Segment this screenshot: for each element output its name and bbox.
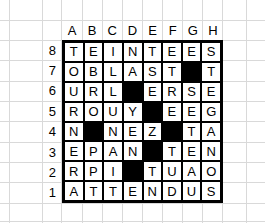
cell-C1[interactable]: T bbox=[104, 182, 122, 200]
column-label-A: A bbox=[68, 23, 77, 38]
column-label-B: B bbox=[88, 23, 97, 38]
cell-B8[interactable]: E bbox=[85, 43, 103, 61]
cell-H7[interactable]: T bbox=[202, 63, 220, 81]
cell-G1[interactable]: U bbox=[183, 182, 201, 200]
cell-C8[interactable]: I bbox=[104, 43, 122, 61]
cell-D8[interactable]: N bbox=[124, 43, 142, 61]
cell-E6[interactable]: E bbox=[144, 83, 162, 101]
cell-D1[interactable]: E bbox=[124, 182, 142, 200]
cell-H6[interactable]: E bbox=[202, 83, 220, 101]
cell-C7[interactable]: L bbox=[104, 63, 122, 81]
cell-G6[interactable]: S bbox=[183, 83, 201, 101]
cell-D7[interactable]: A bbox=[124, 63, 142, 81]
row-label-5: 5 bbox=[49, 104, 59, 119]
cell-G2[interactable]: A bbox=[183, 162, 201, 180]
black-square-E3[interactable] bbox=[144, 142, 162, 160]
cell-A1[interactable]: A bbox=[65, 182, 83, 200]
cell-A5[interactable]: R bbox=[65, 103, 83, 121]
black-square-B4[interactable] bbox=[85, 123, 103, 141]
spreadsheet-canvas: ABCDEFGH 87654321 TEINTEESOBLASTTURLERSE… bbox=[0, 0, 265, 223]
cell-E1[interactable]: N bbox=[144, 182, 162, 200]
cell-H1[interactable]: S bbox=[202, 182, 220, 200]
cell-D3[interactable]: N bbox=[124, 142, 142, 160]
cell-A7[interactable]: O bbox=[65, 63, 83, 81]
column-label-F: F bbox=[169, 23, 177, 38]
cell-C4[interactable]: N bbox=[104, 123, 122, 141]
cell-A3[interactable]: E bbox=[65, 142, 83, 160]
black-square-D2[interactable] bbox=[124, 162, 142, 180]
row-labels: 87654321 bbox=[40, 40, 59, 203]
cell-F8[interactable]: E bbox=[163, 43, 181, 61]
cell-G3[interactable]: E bbox=[183, 142, 201, 160]
cell-D4[interactable]: E bbox=[124, 123, 142, 141]
row-label-4: 4 bbox=[49, 124, 59, 139]
cell-A4[interactable]: N bbox=[65, 123, 83, 141]
cell-D5[interactable]: Y bbox=[124, 103, 142, 121]
cell-A8[interactable]: T bbox=[65, 43, 83, 61]
spreadsheet-gridline-vertical bbox=[246, 0, 247, 223]
cell-H2[interactable]: O bbox=[202, 162, 220, 180]
crossword-grid: TEINTEESOBLASTTURLERSEROUYEEGNNEZTAEPANT… bbox=[62, 40, 223, 203]
cell-F2[interactable]: U bbox=[163, 162, 181, 180]
column-label-H: H bbox=[208, 23, 217, 38]
cell-F1[interactable]: D bbox=[163, 182, 181, 200]
cell-G8[interactable]: E bbox=[183, 43, 201, 61]
column-labels: ABCDEFGH bbox=[62, 20, 223, 40]
cell-E2[interactable]: T bbox=[144, 162, 162, 180]
cell-B5[interactable]: O bbox=[85, 103, 103, 121]
row-label-1: 1 bbox=[49, 185, 59, 200]
cell-C5[interactable]: U bbox=[104, 103, 122, 121]
cell-B2[interactable]: P bbox=[85, 162, 103, 180]
black-square-G7[interactable] bbox=[183, 63, 201, 81]
row-label-8: 8 bbox=[49, 43, 59, 58]
row-label-7: 7 bbox=[49, 63, 59, 78]
cell-C2[interactable]: I bbox=[104, 162, 122, 180]
column-label-D: D bbox=[128, 23, 137, 38]
column-label-E: E bbox=[148, 23, 157, 38]
cell-E7[interactable]: S bbox=[144, 63, 162, 81]
cell-H4[interactable]: A bbox=[202, 123, 220, 141]
cell-G5[interactable]: E bbox=[183, 103, 201, 121]
cell-F5[interactable]: E bbox=[163, 103, 181, 121]
spreadsheet-gridline-horizontal bbox=[0, 203, 265, 204]
cell-G4[interactable]: T bbox=[183, 123, 201, 141]
cell-E4[interactable]: Z bbox=[144, 123, 162, 141]
cell-H8[interactable]: S bbox=[202, 43, 220, 61]
cell-B6[interactable]: R bbox=[85, 83, 103, 101]
cell-E8[interactable]: T bbox=[144, 43, 162, 61]
row-label-2: 2 bbox=[49, 165, 59, 180]
cell-C6[interactable]: L bbox=[104, 83, 122, 101]
column-label-C: C bbox=[108, 23, 117, 38]
row-label-6: 6 bbox=[49, 83, 59, 98]
spreadsheet-gridline-horizontal bbox=[0, 221, 265, 222]
black-square-D6[interactable] bbox=[124, 83, 142, 101]
cell-A6[interactable]: U bbox=[65, 83, 83, 101]
cell-C3[interactable]: A bbox=[104, 142, 122, 160]
cell-H3[interactable]: N bbox=[202, 142, 220, 160]
cell-B1[interactable]: T bbox=[85, 182, 103, 200]
black-square-E5[interactable] bbox=[144, 103, 162, 121]
cell-H5[interactable]: G bbox=[202, 103, 220, 121]
cell-B7[interactable]: B bbox=[85, 63, 103, 81]
cell-F7[interactable]: T bbox=[163, 63, 181, 81]
cell-A2[interactable]: R bbox=[65, 162, 83, 180]
cell-F3[interactable]: T bbox=[163, 142, 181, 160]
row-label-3: 3 bbox=[49, 145, 59, 160]
black-square-F4[interactable] bbox=[163, 123, 181, 141]
cell-B3[interactable]: P bbox=[85, 142, 103, 160]
column-label-G: G bbox=[188, 23, 198, 38]
spreadsheet-gridline-vertical bbox=[9, 0, 10, 223]
cell-F6[interactable]: R bbox=[163, 83, 181, 101]
